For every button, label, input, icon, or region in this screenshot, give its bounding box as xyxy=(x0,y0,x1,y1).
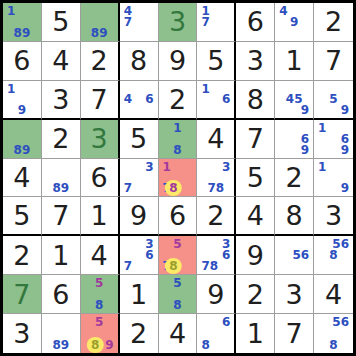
cell-r5c8[interactable]: 2 xyxy=(275,159,314,198)
big-digit: 5 xyxy=(42,3,80,41)
pencil-mark-highlighted: 8 xyxy=(165,180,181,196)
cell-r9c3[interactable]: 589 xyxy=(81,314,120,353)
big-digit: 2 xyxy=(120,314,158,353)
big-digit: 2 xyxy=(159,81,197,118)
cell-r7c9[interactable]: 568 xyxy=(314,236,353,275)
pencil-mark: 7 xyxy=(124,260,132,272)
cell-r6c9[interactable]: 3 xyxy=(314,197,353,236)
big-digit: 7 xyxy=(314,42,353,80)
big-digit: 3 xyxy=(275,275,313,313)
big-digit: 7 xyxy=(275,314,313,353)
pencil-mark: 5 xyxy=(329,93,337,105)
pencil-mark: 8 xyxy=(329,339,337,351)
cell-r7c1[interactable]: 2 xyxy=(3,236,42,275)
big-digit: 1 xyxy=(120,275,158,313)
cell-r1c9[interactable]: 2 xyxy=(314,3,353,42)
cell-r9c5[interactable]: 4 xyxy=(159,314,198,353)
big-digit: 5 xyxy=(3,197,41,234)
pencil-mark: 6 xyxy=(222,93,230,105)
pencil-mark: 89 xyxy=(14,27,31,39)
cell-r6c6[interactable]: 2 xyxy=(197,197,236,236)
cell-r9c9[interactable]: 568 xyxy=(314,314,353,353)
cell-r7c4[interactable]: 367 xyxy=(120,236,159,275)
cell-r6c3[interactable]: 1 xyxy=(81,197,120,236)
big-digit: 1 xyxy=(81,197,118,234)
pencil-mark: 89 xyxy=(52,339,69,351)
cell-r8c5[interactable]: 58 xyxy=(159,275,198,314)
cell-r4c1[interactable]: 89 xyxy=(3,120,42,159)
cell-r6c5[interactable]: 6 xyxy=(159,197,198,236)
cell-r7c8[interactable]: 56 xyxy=(275,236,314,275)
big-digit: 9 xyxy=(120,197,158,234)
cell-r1c6[interactable]: 17 xyxy=(197,3,236,42)
big-digit: 2 xyxy=(3,236,41,274)
big-digit: 1 xyxy=(275,42,313,80)
cell-r5c6[interactable]: 378 xyxy=(197,159,236,198)
big-digit: 9 xyxy=(236,236,274,274)
big-digit: 6 xyxy=(159,197,197,234)
big-digit: 2 xyxy=(275,159,313,197)
pencil-mark: 1 xyxy=(7,5,15,17)
big-digit: 8 xyxy=(120,42,158,80)
cell-r6c2[interactable]: 7 xyxy=(42,197,81,236)
cell-r5c1[interactable]: 4 xyxy=(3,159,42,198)
big-digit: 6 xyxy=(81,159,118,197)
cell-r5c2[interactable]: 89 xyxy=(42,159,81,198)
cell-r1c7[interactable]: 6 xyxy=(236,3,275,42)
cell-r2c8[interactable]: 1 xyxy=(275,42,314,81)
pencil-mark: 89 xyxy=(52,182,69,194)
pencil-mark: 6 xyxy=(145,93,153,105)
cell-r3c3[interactable]: 7 xyxy=(81,81,120,120)
pencil-mark: 1 xyxy=(163,161,171,173)
pencil-mark: 6 xyxy=(145,249,153,261)
big-digit: 3 xyxy=(3,314,41,353)
pencil-mark: 8 xyxy=(95,299,103,311)
cell-r8c8[interactable]: 3 xyxy=(275,275,314,314)
cell-r4c9[interactable]: 169 xyxy=(314,120,353,159)
pencil-mark: 1 xyxy=(318,122,326,134)
cell-r2c7[interactable]: 3 xyxy=(236,42,275,81)
pencil-mark: 1 xyxy=(201,83,209,95)
cell-r2c1[interactable]: 6 xyxy=(3,42,42,81)
cell-r1c4[interactable]: 47 xyxy=(120,3,159,42)
big-digit: 2 xyxy=(81,42,118,80)
big-digit: 4 xyxy=(81,236,118,274)
big-digit: 9 xyxy=(159,42,197,80)
pencil-mark: 5 xyxy=(173,277,181,289)
cell-r9c6[interactable]: 68 xyxy=(197,314,236,353)
cell-r4c2[interactable]: 2 xyxy=(42,120,81,159)
pencil-mark: 5 xyxy=(95,277,103,289)
pencil-mark: 1 xyxy=(318,161,326,173)
pencil-mark: 8 xyxy=(201,339,209,351)
pencil-mark: 9 xyxy=(301,104,309,116)
cell-r8c2[interactable]: 6 xyxy=(42,275,81,314)
cell-r1c2[interactable]: 5 xyxy=(42,3,81,42)
pencil-mark: 6 xyxy=(222,316,230,328)
pencil-mark: 9 xyxy=(290,16,298,28)
big-digit: 2 xyxy=(314,3,353,41)
pencil-mark: 6 xyxy=(222,249,230,261)
cell-r1c1[interactable]: 189 xyxy=(3,3,42,42)
big-digit: 3 xyxy=(42,81,80,118)
cell-r8c4[interactable]: 1 xyxy=(120,275,159,314)
pencil-mark: 7 xyxy=(124,16,132,28)
pencil-mark: 1 xyxy=(173,122,181,134)
pencil-mark: 7 xyxy=(201,16,209,28)
cell-r3c4[interactable]: 46 xyxy=(120,81,159,120)
pencil-mark: 56 xyxy=(332,316,349,328)
cell-r5c3[interactable]: 6 xyxy=(81,159,120,198)
cell-r4c3[interactable]: 3 xyxy=(81,120,120,159)
pencil-mark: 78 xyxy=(201,260,218,272)
cell-r3c7[interactable]: 8 xyxy=(236,81,275,120)
pencil-mark: 8 xyxy=(173,299,181,311)
pencil-mark-highlighted: 8 xyxy=(165,258,181,274)
pencil-mark: 3 xyxy=(145,161,153,173)
cell-r1c8[interactable]: 49 xyxy=(275,3,314,42)
cell-r7c2[interactable]: 1 xyxy=(42,236,81,275)
big-digit: 3 xyxy=(81,120,118,158)
cell-r9c7[interactable]: 1 xyxy=(236,314,275,353)
big-digit: 4 xyxy=(236,197,274,234)
cell-r8c1[interactable]: 7 xyxy=(3,275,42,314)
cell-r7c7[interactable]: 9 xyxy=(236,236,275,275)
cell-r3c2[interactable]: 3 xyxy=(42,81,81,120)
pencil-mark: 5 xyxy=(95,316,103,328)
big-digit: 2 xyxy=(42,120,80,158)
big-digit: 4 xyxy=(197,120,234,158)
cell-r6c8[interactable]: 8 xyxy=(275,197,314,236)
cell-r9c8[interactable]: 7 xyxy=(275,314,314,353)
big-digit: 5 xyxy=(236,159,274,197)
pencil-mark: 9 xyxy=(301,144,309,156)
pencil-mark: 8 xyxy=(329,249,337,261)
pencil-mark: 8 xyxy=(173,144,181,156)
pencil-mark: 1 xyxy=(7,83,15,95)
pencil-mark: 5 xyxy=(173,238,181,250)
cell-r8c7[interactable]: 2 xyxy=(236,275,275,314)
big-digit: 1 xyxy=(236,314,274,353)
pencil-mark: 9 xyxy=(105,339,113,351)
sudoku-board: 1895894731764926428953171937462168459598… xyxy=(0,0,356,356)
cell-r9c1[interactable]: 3 xyxy=(3,314,42,353)
big-digit: 2 xyxy=(197,197,234,234)
cell-r5c7[interactable]: 5 xyxy=(236,159,275,198)
cell-r1c5[interactable]: 3 xyxy=(159,3,198,42)
cell-r8c3[interactable]: 58 xyxy=(81,275,120,314)
pencil-mark: 9 xyxy=(18,104,26,116)
cell-r1c3[interactable]: 89 xyxy=(81,3,120,42)
big-digit: 7 xyxy=(81,81,118,118)
cell-r3c6[interactable]: 16 xyxy=(197,81,236,120)
big-digit: 5 xyxy=(120,120,158,158)
big-digit: 4 xyxy=(314,275,353,313)
big-digit: 6 xyxy=(3,42,41,80)
cell-r3c5[interactable]: 2 xyxy=(159,81,198,120)
big-digit: 2 xyxy=(236,275,274,313)
big-digit: 6 xyxy=(236,3,274,41)
pencil-mark: 4 xyxy=(279,5,287,17)
pencil-mark: 89 xyxy=(14,144,31,156)
big-digit: 4 xyxy=(42,42,80,80)
cell-r5c4[interactable]: 37 xyxy=(120,159,159,198)
big-digit: 7 xyxy=(3,275,41,313)
cell-r8c9[interactable]: 4 xyxy=(314,275,353,314)
cell-r7c6[interactable]: 3678 xyxy=(197,236,236,275)
big-digit: 4 xyxy=(3,159,41,197)
cell-r2c6[interactable]: 5 xyxy=(197,42,236,81)
cell-r4c4[interactable]: 5 xyxy=(120,120,159,159)
pencil-mark: 7 xyxy=(124,182,132,194)
big-digit: 7 xyxy=(42,197,80,234)
cell-r2c3[interactable]: 2 xyxy=(81,42,120,81)
pencil-mark: 9 xyxy=(341,104,349,116)
big-digit: 5 xyxy=(197,42,234,80)
cell-r6c4[interactable]: 9 xyxy=(120,197,159,236)
big-digit: 3 xyxy=(159,3,197,41)
big-digit: 3 xyxy=(314,197,353,234)
pencil-mark: 4 xyxy=(124,93,132,105)
cell-r9c4[interactable]: 2 xyxy=(120,314,159,353)
cell-r4c5[interactable]: 18 xyxy=(159,120,198,159)
cell-r7c5[interactable]: 578 xyxy=(159,236,198,275)
cell-r6c1[interactable]: 5 xyxy=(3,197,42,236)
cell-r4c6[interactable]: 4 xyxy=(197,120,236,159)
cell-r7c3[interactable]: 4 xyxy=(81,236,120,275)
big-digit: 3 xyxy=(236,42,274,80)
big-digit: 8 xyxy=(275,197,313,234)
big-digit: 1 xyxy=(42,236,80,274)
cell-r5c5[interactable]: 178 xyxy=(159,159,198,198)
cell-r3c8[interactable]: 459 xyxy=(275,81,314,120)
pencil-mark: 78 xyxy=(208,182,225,194)
cell-r2c2[interactable]: 4 xyxy=(42,42,81,81)
cell-r5c9[interactable]: 19 xyxy=(314,159,353,198)
cell-r4c7[interactable]: 7 xyxy=(236,120,275,159)
big-digit: 9 xyxy=(197,275,234,313)
pencil-mark: 9 xyxy=(341,182,349,194)
pencil-mark: 56 xyxy=(292,249,309,261)
pencil-mark: 89 xyxy=(91,27,108,39)
big-digit: 4 xyxy=(159,314,197,353)
cell-r8c6[interactable]: 9 xyxy=(197,275,236,314)
cell-r3c9[interactable]: 59 xyxy=(314,81,353,120)
pencil-mark: 3 xyxy=(222,161,230,173)
cell-r2c9[interactable]: 7 xyxy=(314,42,353,81)
cell-r6c7[interactable]: 4 xyxy=(236,197,275,236)
cell-r9c2[interactable]: 89 xyxy=(42,314,81,353)
big-digit: 6 xyxy=(42,275,80,313)
big-digit: 8 xyxy=(236,81,274,118)
big-digit: 7 xyxy=(236,120,274,158)
pencil-mark-highlighted: 8 xyxy=(87,337,103,353)
cell-r2c5[interactable]: 9 xyxy=(159,42,198,81)
pencil-mark: 9 xyxy=(341,144,349,156)
cell-r3c1[interactable]: 19 xyxy=(3,81,42,120)
cell-r2c4[interactable]: 8 xyxy=(120,42,159,81)
cell-r4c8[interactable]: 69 xyxy=(275,120,314,159)
